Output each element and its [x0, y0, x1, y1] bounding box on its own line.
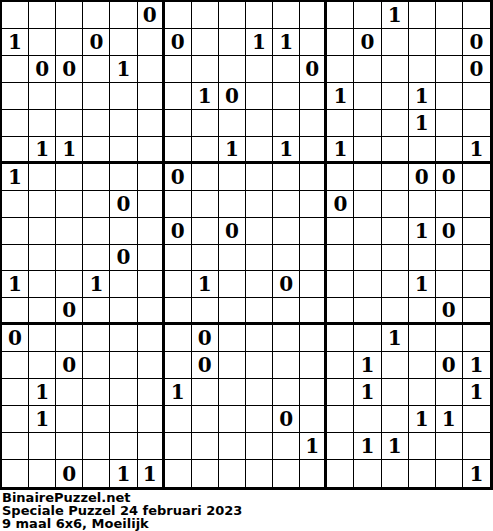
cell-r17c15: 1	[382, 433, 409, 460]
cell-r15c13[interactable]	[327, 379, 354, 406]
cell-r11c13[interactable]	[327, 271, 354, 298]
cell-r17c17[interactable]	[436, 433, 463, 460]
cell-r6c8[interactable]	[192, 137, 219, 164]
cell-r16c15[interactable]	[382, 406, 409, 433]
cell-r4c16: 1	[409, 83, 436, 110]
cell-r9c5[interactable]	[110, 218, 137, 245]
cell-r11c6[interactable]	[138, 271, 165, 298]
cell-r17c18[interactable]	[463, 433, 490, 460]
cell-r5c10[interactable]	[246, 110, 273, 137]
cell-r5c2[interactable]	[29, 110, 56, 137]
cell-r4c17[interactable]	[436, 83, 463, 110]
cell-r7c3[interactable]	[56, 164, 83, 191]
cell-r8c9[interactable]	[219, 191, 246, 218]
cell-r3c10[interactable]	[246, 56, 273, 83]
cell-r18c11[interactable]	[273, 460, 300, 487]
cell-r18c9[interactable]	[219, 460, 246, 487]
cell-r15c1[interactable]	[2, 379, 29, 406]
cell-r7c8[interactable]	[192, 164, 219, 191]
cell-r14c3: 0	[56, 352, 83, 379]
cell-r12c5[interactable]	[110, 298, 137, 325]
cell-r9c10[interactable]	[246, 218, 273, 245]
cell-r1c2[interactable]	[29, 2, 56, 29]
cell-r10c7[interactable]	[165, 245, 192, 272]
cell-r5c4[interactable]	[83, 110, 110, 137]
cell-r11c3[interactable]	[56, 271, 83, 298]
cell-r5c17[interactable]	[436, 110, 463, 137]
cell-r12c9[interactable]	[219, 298, 246, 325]
cell-r10c14[interactable]	[354, 245, 381, 272]
cell-r3c6[interactable]	[138, 56, 165, 83]
cell-r16c1[interactable]	[2, 406, 29, 433]
cell-r13c10[interactable]	[246, 325, 273, 352]
cell-r5c9[interactable]	[219, 110, 246, 137]
cell-r9c4[interactable]	[83, 218, 110, 245]
cell-r18c1[interactable]	[2, 460, 29, 487]
cell-r6c7[interactable]	[165, 137, 192, 164]
cell-r13c16[interactable]	[409, 325, 436, 352]
cell-r15c9[interactable]	[219, 379, 246, 406]
cell-r12c7[interactable]	[165, 298, 192, 325]
cell-r16c13[interactable]	[327, 406, 354, 433]
cell-r6c14[interactable]	[354, 137, 381, 164]
cell-r11c10[interactable]	[246, 271, 273, 298]
cell-r15c12[interactable]	[300, 379, 327, 406]
cell-r13c7[interactable]	[165, 325, 192, 352]
cell-r18c16[interactable]	[409, 460, 436, 487]
cell-r14c10[interactable]	[246, 352, 273, 379]
cell-r4c3[interactable]	[56, 83, 83, 110]
cell-r4c9: 0	[219, 83, 246, 110]
cell-r1c10[interactable]	[246, 2, 273, 29]
cell-r5c13[interactable]	[327, 110, 354, 137]
cell-r1c11[interactable]	[273, 2, 300, 29]
cell-r11c12[interactable]	[300, 271, 327, 298]
cell-r15c16[interactable]	[409, 379, 436, 406]
cell-r10c2[interactable]	[29, 245, 56, 272]
cell-r5c1[interactable]	[2, 110, 29, 137]
cell-r14c13[interactable]	[327, 352, 354, 379]
cell-r1c8[interactable]	[192, 2, 219, 29]
cell-r8c3[interactable]	[56, 191, 83, 218]
cell-r7c13[interactable]	[327, 164, 354, 191]
cell-r9c2[interactable]	[29, 218, 56, 245]
cell-r10c1[interactable]	[2, 245, 29, 272]
cell-r13c18[interactable]	[463, 325, 490, 352]
cell-r12c17: 0	[436, 298, 463, 325]
cell-r1c3[interactable]	[56, 2, 83, 29]
cell-r5c12[interactable]	[300, 110, 327, 137]
cell-r12c8[interactable]	[192, 298, 219, 325]
cell-r3c1[interactable]	[2, 56, 29, 83]
cell-r6c9: 1	[219, 137, 246, 164]
cell-r17c4[interactable]	[83, 433, 110, 460]
cell-r8c16[interactable]	[409, 191, 436, 218]
cell-r10c8[interactable]	[192, 245, 219, 272]
cell-r8c10[interactable]	[246, 191, 273, 218]
cell-r4c12[interactable]	[300, 83, 327, 110]
cell-r4c11[interactable]	[273, 83, 300, 110]
cell-r13c4[interactable]	[83, 325, 110, 352]
cell-r17c3[interactable]	[56, 433, 83, 460]
cell-r1c15: 1	[382, 2, 409, 29]
cell-r10c3[interactable]	[56, 245, 83, 272]
cell-r10c15[interactable]	[382, 245, 409, 272]
cell-r15c4[interactable]	[83, 379, 110, 406]
cell-r9c14[interactable]	[354, 218, 381, 245]
cell-r14c1[interactable]	[2, 352, 29, 379]
cell-r3c4[interactable]	[83, 56, 110, 83]
cell-r16c10[interactable]	[246, 406, 273, 433]
cell-r14c15[interactable]	[382, 352, 409, 379]
cell-r2c16[interactable]	[409, 29, 436, 56]
cell-r7c12[interactable]	[300, 164, 327, 191]
cell-r3c7[interactable]	[165, 56, 192, 83]
cell-r7c14[interactable]	[354, 164, 381, 191]
cell-r17c9[interactable]	[219, 433, 246, 460]
cell-r10c9[interactable]	[219, 245, 246, 272]
cell-r13c8: 0	[192, 325, 219, 352]
cell-r15c5[interactable]	[110, 379, 137, 406]
cell-r2c6[interactable]	[138, 29, 165, 56]
cell-r13c5[interactable]	[110, 325, 137, 352]
cell-r7c4[interactable]	[83, 164, 110, 191]
cell-r16c18[interactable]	[463, 406, 490, 433]
cell-r10c16[interactable]	[409, 245, 436, 272]
cell-r7c2[interactable]	[29, 164, 56, 191]
cell-r1c5[interactable]	[110, 2, 137, 29]
cell-r13c12[interactable]	[300, 325, 327, 352]
cell-r18c12[interactable]	[300, 460, 327, 487]
cell-r11c5[interactable]	[110, 271, 137, 298]
cell-r6c4[interactable]	[83, 137, 110, 164]
cell-r14c5[interactable]	[110, 352, 137, 379]
cell-r5c5[interactable]	[110, 110, 137, 137]
cell-r4c4[interactable]	[83, 83, 110, 110]
cell-r14c7[interactable]	[165, 352, 192, 379]
cell-r17c7[interactable]	[165, 433, 192, 460]
cell-r9c1[interactable]	[2, 218, 29, 245]
cell-r10c4[interactable]	[83, 245, 110, 272]
cell-r18c15[interactable]	[382, 460, 409, 487]
cell-r18c14[interactable]	[354, 460, 381, 487]
cell-r2c1: 1	[2, 29, 29, 56]
cell-r6c13: 1	[327, 137, 354, 164]
cell-r10c10[interactable]	[246, 245, 273, 272]
cell-r4c10[interactable]	[246, 83, 273, 110]
cell-r2c3[interactable]	[56, 29, 83, 56]
cell-r18c7[interactable]	[165, 460, 192, 487]
cell-r18c13[interactable]	[327, 460, 354, 487]
cell-r8c18[interactable]	[463, 191, 490, 218]
cell-r3c8[interactable]	[192, 56, 219, 83]
cell-r5c14[interactable]	[354, 110, 381, 137]
cell-r10c5: 0	[110, 245, 137, 272]
cell-r10c13[interactable]	[327, 245, 354, 272]
cell-r15c18: 1	[463, 379, 490, 406]
cell-r13c17[interactable]	[436, 325, 463, 352]
cell-r12c1[interactable]	[2, 298, 29, 325]
cell-r8c7[interactable]	[165, 191, 192, 218]
cell-r5c11[interactable]	[273, 110, 300, 137]
cell-r8c4[interactable]	[83, 191, 110, 218]
cell-r12c11[interactable]	[273, 298, 300, 325]
cell-r2c13[interactable]	[327, 29, 354, 56]
cell-r2c5[interactable]	[110, 29, 137, 56]
cell-r11c9[interactable]	[219, 271, 246, 298]
cell-r4c7[interactable]	[165, 83, 192, 110]
cell-r4c18[interactable]	[463, 83, 490, 110]
cell-r16c5[interactable]	[110, 406, 137, 433]
cell-r14c4[interactable]	[83, 352, 110, 379]
cell-r15c15[interactable]	[382, 379, 409, 406]
cell-r2c14: 0	[354, 29, 381, 56]
cell-r9c13[interactable]	[327, 218, 354, 245]
cell-r6c15[interactable]	[382, 137, 409, 164]
cell-r9c15[interactable]	[382, 218, 409, 245]
cell-r11c11: 0	[273, 271, 300, 298]
cell-r16c8[interactable]	[192, 406, 219, 433]
cell-r11c14[interactable]	[354, 271, 381, 298]
cell-r1c6: 0	[138, 2, 165, 29]
cell-r16c9[interactable]	[219, 406, 246, 433]
cell-r12c18[interactable]	[463, 298, 490, 325]
cell-r7c9[interactable]	[219, 164, 246, 191]
cell-r17c13[interactable]	[327, 433, 354, 460]
cell-r13c6[interactable]	[138, 325, 165, 352]
cell-r12c12[interactable]	[300, 298, 327, 325]
cell-r8c1[interactable]	[2, 191, 29, 218]
cell-r3c9[interactable]	[219, 56, 246, 83]
cell-r17c1[interactable]	[2, 433, 29, 460]
cell-r17c10[interactable]	[246, 433, 273, 460]
cell-r17c11[interactable]	[273, 433, 300, 460]
cell-r1c13[interactable]	[327, 2, 354, 29]
cell-r14c8: 0	[192, 352, 219, 379]
cell-r7c18[interactable]	[463, 164, 490, 191]
cell-r18c17[interactable]	[436, 460, 463, 487]
cell-r14c6[interactable]	[138, 352, 165, 379]
cell-r17c8[interactable]	[192, 433, 219, 460]
cell-r7c15[interactable]	[382, 164, 409, 191]
cell-r11c17[interactable]	[436, 271, 463, 298]
cell-r13c1: 0	[2, 325, 29, 352]
cell-r3c16[interactable]	[409, 56, 436, 83]
cell-r12c3: 0	[56, 298, 83, 325]
cell-r1c17[interactable]	[436, 2, 463, 29]
cell-r1c4[interactable]	[83, 2, 110, 29]
cell-r8c14[interactable]	[354, 191, 381, 218]
cell-r2c17[interactable]	[436, 29, 463, 56]
cell-r7c11[interactable]	[273, 164, 300, 191]
cell-r6c2: 1	[29, 137, 56, 164]
cell-r16c3[interactable]	[56, 406, 83, 433]
cell-r6c17[interactable]	[436, 137, 463, 164]
cell-r10c17[interactable]	[436, 245, 463, 272]
cell-r7c5[interactable]	[110, 164, 137, 191]
cell-r16c14[interactable]	[354, 406, 381, 433]
cell-r14c2[interactable]	[29, 352, 56, 379]
cell-r6c11: 1	[273, 137, 300, 164]
cell-r6c10[interactable]	[246, 137, 273, 164]
cell-r5c7[interactable]	[165, 110, 192, 137]
cell-r9c6[interactable]	[138, 218, 165, 245]
cell-r6c12[interactable]	[300, 137, 327, 164]
cell-r8c11[interactable]	[273, 191, 300, 218]
cell-r11c7[interactable]	[165, 271, 192, 298]
cell-r8c13: 0	[327, 191, 354, 218]
cell-r13c2[interactable]	[29, 325, 56, 352]
cell-r8c8[interactable]	[192, 191, 219, 218]
cell-r17c5[interactable]	[110, 433, 137, 460]
cell-r3c13[interactable]	[327, 56, 354, 83]
cell-r10c11[interactable]	[273, 245, 300, 272]
cell-r3c2: 0	[29, 56, 56, 83]
cell-r4c6[interactable]	[138, 83, 165, 110]
cell-r4c1[interactable]	[2, 83, 29, 110]
cell-r8c2[interactable]	[29, 191, 56, 218]
cell-r9c11[interactable]	[273, 218, 300, 245]
cell-r14c11[interactable]	[273, 352, 300, 379]
cell-r16c4[interactable]	[83, 406, 110, 433]
cell-r13c3[interactable]	[56, 325, 83, 352]
cell-r4c15[interactable]	[382, 83, 409, 110]
cell-r18c8[interactable]	[192, 460, 219, 487]
cell-r5c15[interactable]	[382, 110, 409, 137]
cell-r18c18: 1	[463, 460, 490, 487]
cell-r3c11[interactable]	[273, 56, 300, 83]
cell-r6c6[interactable]	[138, 137, 165, 164]
cell-r12c15[interactable]	[382, 298, 409, 325]
cell-r8c15[interactable]	[382, 191, 409, 218]
cell-r1c1[interactable]	[2, 2, 29, 29]
cell-r15c17[interactable]	[436, 379, 463, 406]
cell-r12c14[interactable]	[354, 298, 381, 325]
cell-r12c13[interactable]	[327, 298, 354, 325]
cell-r12c16[interactable]	[409, 298, 436, 325]
cell-r17c2[interactable]	[29, 433, 56, 460]
cell-r6c1[interactable]	[2, 137, 29, 164]
cell-r12c10[interactable]	[246, 298, 273, 325]
cell-r16c16: 1	[409, 406, 436, 433]
cell-r2c15[interactable]	[382, 29, 409, 56]
cell-r15c7: 1	[165, 379, 192, 406]
cell-r9c9: 0	[219, 218, 246, 245]
cell-r15c8[interactable]	[192, 379, 219, 406]
cell-r2c8[interactable]	[192, 29, 219, 56]
cell-r1c9[interactable]	[219, 2, 246, 29]
cell-r12c6[interactable]	[138, 298, 165, 325]
cell-r18c10[interactable]	[246, 460, 273, 487]
cell-r5c3[interactable]	[56, 110, 83, 137]
cell-r2c10: 1	[246, 29, 273, 56]
cell-r5c18[interactable]	[463, 110, 490, 137]
cell-r7c6[interactable]	[138, 164, 165, 191]
cell-r4c14[interactable]	[354, 83, 381, 110]
cell-r8c12[interactable]	[300, 191, 327, 218]
cell-r8c6[interactable]	[138, 191, 165, 218]
cell-r10c12[interactable]	[300, 245, 327, 272]
cell-r17c12: 1	[300, 433, 327, 460]
cell-r17c6[interactable]	[138, 433, 165, 460]
cell-r12c4[interactable]	[83, 298, 110, 325]
cell-r15c14: 1	[354, 379, 381, 406]
cell-r2c9[interactable]	[219, 29, 246, 56]
cell-r5c6[interactable]	[138, 110, 165, 137]
cell-r16c2: 1	[29, 406, 56, 433]
cell-r3c15[interactable]	[382, 56, 409, 83]
cell-r10c6[interactable]	[138, 245, 165, 272]
cell-r1c18[interactable]	[463, 2, 490, 29]
cell-r10c18[interactable]	[463, 245, 490, 272]
cell-r17c16[interactable]	[409, 433, 436, 460]
cell-r16c6[interactable]	[138, 406, 165, 433]
cell-r1c12[interactable]	[300, 2, 327, 29]
cell-r8c17[interactable]	[436, 191, 463, 218]
cell-r16c7[interactable]	[165, 406, 192, 433]
cell-r15c3[interactable]	[56, 379, 83, 406]
cell-r4c2[interactable]	[29, 83, 56, 110]
cell-r9c16: 1	[409, 218, 436, 245]
cell-r3c17[interactable]	[436, 56, 463, 83]
cell-r1c14[interactable]	[354, 2, 381, 29]
cell-r16c12[interactable]	[300, 406, 327, 433]
cell-r9c3[interactable]	[56, 218, 83, 245]
cell-r15c6[interactable]	[138, 379, 165, 406]
cell-r15c10[interactable]	[246, 379, 273, 406]
cell-r18c5: 1	[110, 460, 137, 487]
cell-r13c15: 1	[382, 325, 409, 352]
cell-r2c7: 0	[165, 29, 192, 56]
cell-r9c8[interactable]	[192, 218, 219, 245]
cell-r11c18[interactable]	[463, 271, 490, 298]
cell-r1c16[interactable]	[409, 2, 436, 29]
cell-r14c16[interactable]	[409, 352, 436, 379]
cell-r9c18[interactable]	[463, 218, 490, 245]
cell-r14c12[interactable]	[300, 352, 327, 379]
cell-r4c5[interactable]	[110, 83, 137, 110]
cell-r13c11[interactable]	[273, 325, 300, 352]
cell-r13c9[interactable]	[219, 325, 246, 352]
cell-r18c2[interactable]	[29, 460, 56, 487]
cell-r15c11[interactable]	[273, 379, 300, 406]
cell-r14c17: 0	[436, 352, 463, 379]
cell-r18c4[interactable]	[83, 460, 110, 487]
cell-r9c12[interactable]	[300, 218, 327, 245]
cell-r15c2: 1	[29, 379, 56, 406]
cell-r7c10[interactable]	[246, 164, 273, 191]
cell-r11c2[interactable]	[29, 271, 56, 298]
cell-r18c6: 1	[138, 460, 165, 487]
cell-r11c16: 1	[409, 271, 436, 298]
cell-r6c16[interactable]	[409, 137, 436, 164]
cell-r14c14: 1	[354, 352, 381, 379]
cell-r1c7[interactable]	[165, 2, 192, 29]
cell-r3c14[interactable]	[354, 56, 381, 83]
cell-r13c14[interactable]	[354, 325, 381, 352]
cell-r14c9[interactable]	[219, 352, 246, 379]
cell-r6c5[interactable]	[110, 137, 137, 164]
cell-r2c11: 1	[273, 29, 300, 56]
cell-r18c3: 0	[56, 460, 83, 487]
cell-r13c13[interactable]	[327, 325, 354, 352]
cell-r5c8[interactable]	[192, 110, 219, 137]
cell-r2c2[interactable]	[29, 29, 56, 56]
cell-r16c11: 0	[273, 406, 300, 433]
cell-r11c15[interactable]	[382, 271, 409, 298]
cell-r12c2[interactable]	[29, 298, 56, 325]
cell-r2c12[interactable]	[300, 29, 327, 56]
